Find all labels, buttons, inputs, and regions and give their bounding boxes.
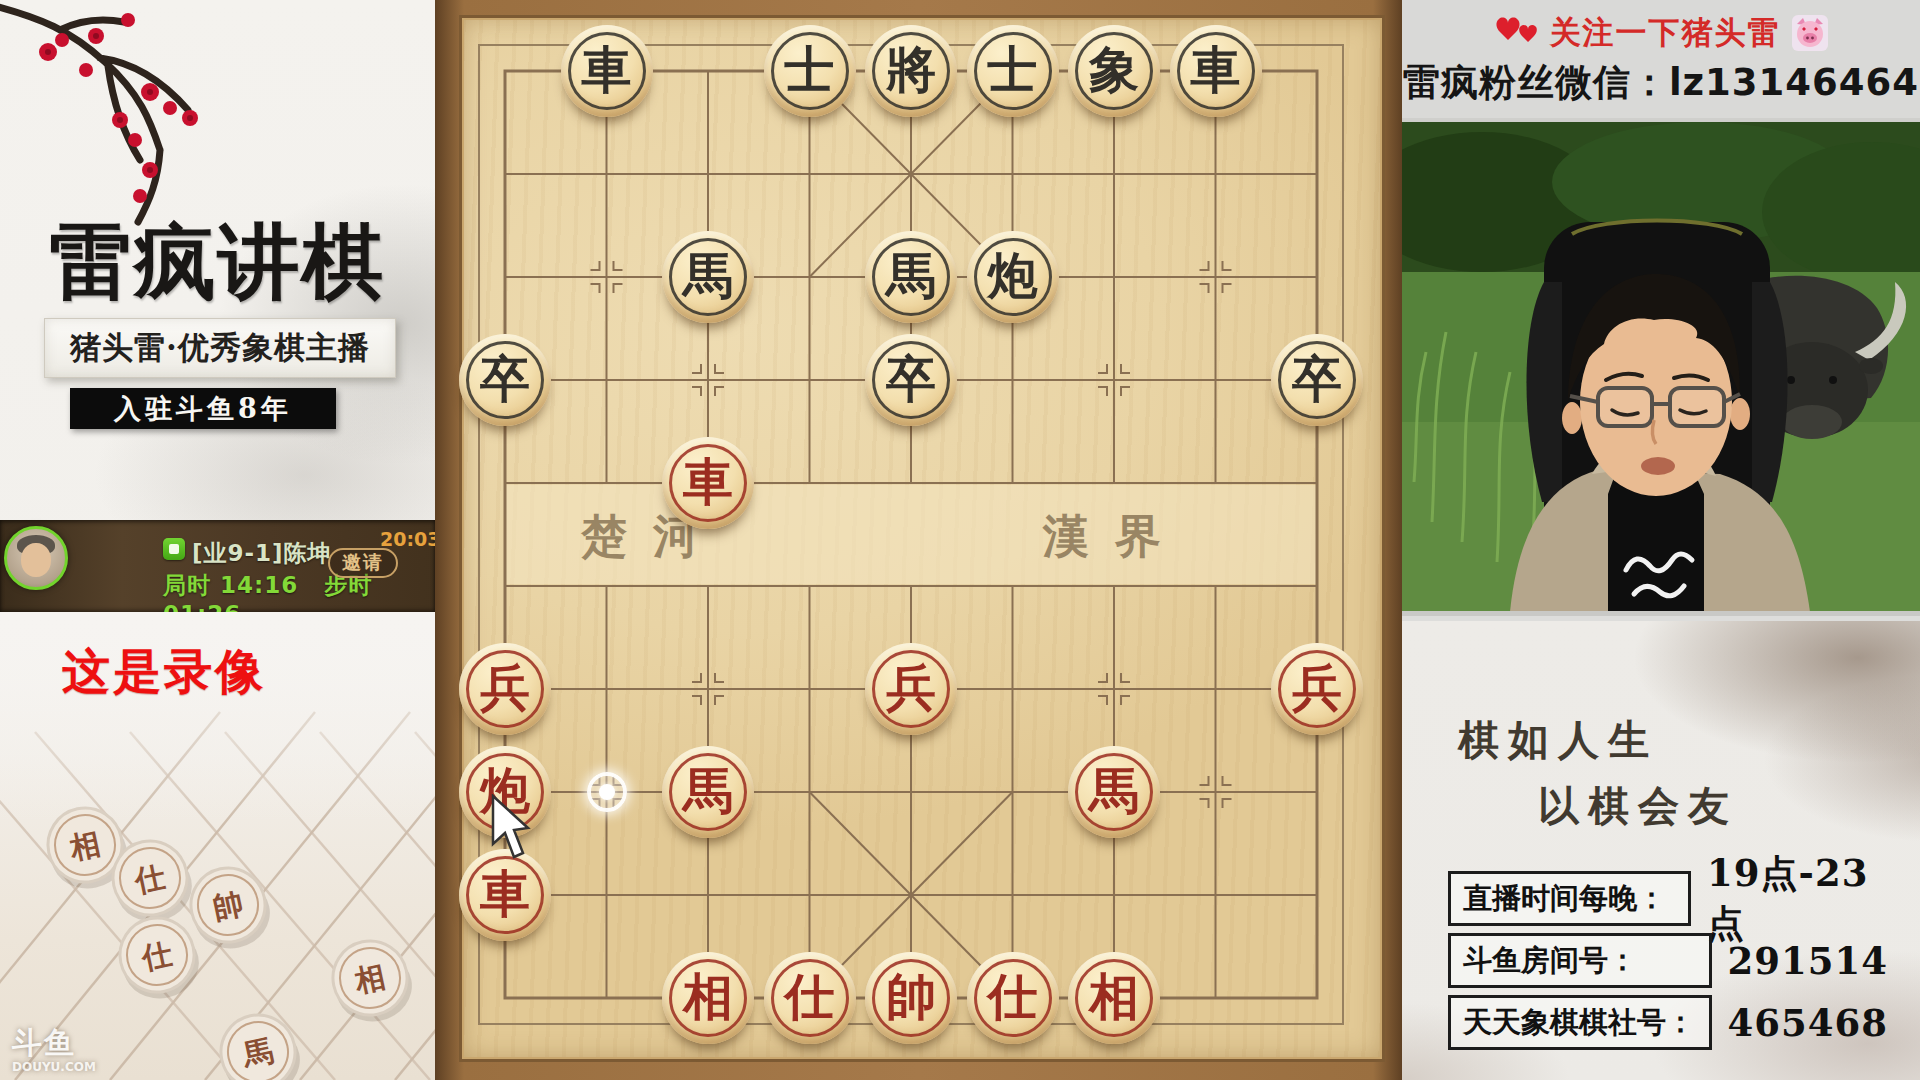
piece-red-車-c2r4[interactable]: 車 xyxy=(662,437,754,529)
channel-subtitle: 猪头雷·优秀象棋主播 xyxy=(70,327,370,369)
hearts-icon xyxy=(1494,15,1540,51)
schedule-label: 直播时间每晚： xyxy=(1448,871,1691,926)
motto-line1: 棋如人生 xyxy=(1458,713,1658,768)
piece-red-馬-c6r7[interactable]: 馬 xyxy=(1068,746,1160,838)
piece-glyph: 卒 xyxy=(886,354,936,404)
player-avatar[interactable] xyxy=(4,526,68,590)
wall-clock: 20:03 xyxy=(380,528,440,550)
piece-red-兵-c4r6[interactable]: 兵 xyxy=(865,643,957,735)
piece-black-馬-c4r2[interactable]: 馬 xyxy=(865,231,957,323)
club-badge-icon xyxy=(163,538,185,560)
tenure-banner: 入驻斗鱼8年 xyxy=(70,388,336,429)
promo-text1: 关注一下猪头雷 xyxy=(1550,12,1781,54)
piece-glyph: 象 xyxy=(1089,45,1139,95)
stream-info-panel: 棋如人生 以棋会友 直播时间每晚： 19点-23点 斗鱼房间号： 291514 … xyxy=(1402,621,1920,1080)
invite-button[interactable]: 邀请 xyxy=(328,548,398,578)
piece-glyph: 相 xyxy=(1089,972,1139,1022)
stream-screen: 雷疯讲棋 猪头雷·优秀象棋主播 入驻斗鱼8年 [业9-1]陈坤 局时 14:16… xyxy=(0,0,1920,1080)
info-row-club: 天天象棋棋社号： 465468 xyxy=(1448,995,1888,1050)
right-info-panel: 关注一下猪头雷 雷疯粉丝微信：lz13146464 xyxy=(1402,0,1920,1080)
piece-red-仕-c5r9[interactable]: 仕 xyxy=(967,952,1059,1044)
piece-red-兵-c8r6[interactable]: 兵 xyxy=(1271,643,1363,735)
piece-red-相-c6r9[interactable]: 相 xyxy=(1068,952,1160,1044)
stream-info-rows: 直播时间每晚： 19点-23点 斗鱼房间号： 291514 天天象棋棋社号： 4… xyxy=(1448,871,1888,1050)
piece-black-象-c6r0[interactable]: 象 xyxy=(1068,25,1160,117)
piece-glyph: 炮 xyxy=(988,251,1038,301)
piece-glyph: 兵 xyxy=(1292,663,1342,713)
piece-black-卒-c0r3[interactable]: 卒 xyxy=(459,334,551,426)
piece-glyph: 車 xyxy=(480,869,530,919)
channel-title: 雷疯讲棋 xyxy=(0,208,435,318)
plum-blossom-art xyxy=(0,0,300,240)
info-row-schedule: 直播时间每晚： 19点-23点 xyxy=(1448,871,1888,926)
club-value: 465468 xyxy=(1728,1001,1888,1045)
piece-glyph: 仕 xyxy=(988,972,1038,1022)
piece-glyph: 將 xyxy=(886,45,936,95)
piece-glyph: 卒 xyxy=(1292,354,1342,404)
last-move-from-marker xyxy=(587,772,627,812)
river-label-right: 漢界 xyxy=(1043,506,1187,568)
piece-black-炮-c5r2[interactable]: 炮 xyxy=(967,231,1059,323)
piece-glyph: 卒 xyxy=(480,354,530,404)
piece-black-車-c7r0[interactable]: 車 xyxy=(1170,25,1262,117)
piece-black-士-c5r0[interactable]: 士 xyxy=(967,25,1059,117)
piece-glyph: 相 xyxy=(683,972,733,1022)
club-label: 天天象棋棋社号： xyxy=(1448,995,1712,1050)
promo-header: 关注一下猪头雷 雷疯粉丝微信：lz13146464 xyxy=(1402,0,1920,118)
mouse-cursor xyxy=(487,794,547,866)
piece-black-將-c4r0[interactable]: 將 xyxy=(865,25,957,117)
game-time: 局时 14:16 xyxy=(163,572,298,598)
piece-black-卒-c4r3[interactable]: 卒 xyxy=(865,334,957,426)
piece-black-士-c3r0[interactable]: 士 xyxy=(764,25,856,117)
webcam-scene xyxy=(1402,122,1920,612)
piece-glyph: 兵 xyxy=(886,663,936,713)
piece-red-馬-c2r7[interactable]: 馬 xyxy=(662,746,754,838)
player-rank-name: [业9-1]陈坤 xyxy=(192,538,332,569)
piece-glyph: 仕 xyxy=(785,972,835,1022)
recording-note: 这是录像 xyxy=(62,640,266,704)
piece-glyph: 車 xyxy=(683,457,733,507)
piece-red-相-c2r9[interactable]: 相 xyxy=(662,952,754,1044)
piece-black-車-c1r0[interactable]: 車 xyxy=(561,25,653,117)
channel-subtitle-banner: 猪头雷·优秀象棋主播 xyxy=(44,318,396,378)
piece-glyph: 車 xyxy=(582,45,632,95)
piece-glyph: 帥 xyxy=(886,972,936,1022)
piece-black-馬-c2r2[interactable]: 馬 xyxy=(662,231,754,323)
pig-emoji-icon xyxy=(1791,14,1829,52)
promo-line1: 关注一下猪头雷 xyxy=(1402,12,1920,54)
piece-glyph: 馬 xyxy=(683,251,733,301)
room-label: 斗鱼房间号： xyxy=(1448,933,1712,988)
avatar-face xyxy=(21,543,51,577)
room-value: 291514 xyxy=(1728,939,1888,983)
piece-glyph: 馬 xyxy=(886,251,936,301)
info-row-room: 斗鱼房间号： 291514 xyxy=(1448,933,1888,988)
motto-line2: 以棋会友 xyxy=(1538,779,1738,834)
piece-red-帥-c4r9[interactable]: 帥 xyxy=(865,952,957,1044)
piece-glyph: 馬 xyxy=(683,766,733,816)
piece-glyph: 馬 xyxy=(1089,766,1139,816)
piece-glyph: 士 xyxy=(785,45,835,95)
piece-glyph: 車 xyxy=(1191,45,1241,95)
piece-red-兵-c0r6[interactable]: 兵 xyxy=(459,643,551,735)
tenure-text: 入驻斗鱼8年 xyxy=(114,391,292,427)
piece-glyph: 兵 xyxy=(480,663,530,713)
webcam-video xyxy=(1402,118,1920,616)
piece-red-仕-c3r9[interactable]: 仕 xyxy=(764,952,856,1044)
piece-black-卒-c8r3[interactable]: 卒 xyxy=(1271,334,1363,426)
promo-text2: 雷疯粉丝微信：lz13146464 xyxy=(1402,58,1920,108)
left-info-panel: 雷疯讲棋 猪头雷·优秀象棋主播 入驻斗鱼8年 [业9-1]陈坤 局时 14:16… xyxy=(0,0,435,1080)
piece-glyph: 士 xyxy=(988,45,1038,95)
douyu-watermark: 斗鱼 DOUYU.COM xyxy=(12,1023,96,1074)
xiangqi-board-panel: 楚河 漢界 車士將士象車馬馬炮卒卒卒車兵兵兵炮馬馬車相仕帥仕相 xyxy=(435,0,1402,1080)
